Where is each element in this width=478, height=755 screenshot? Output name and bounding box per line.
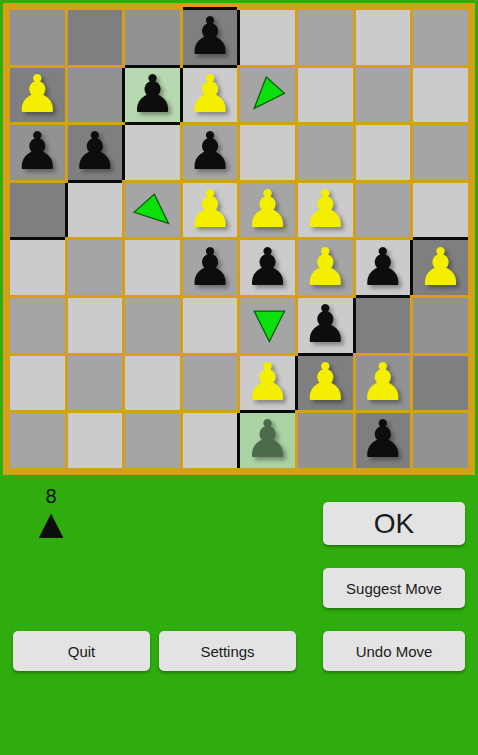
quit-button[interactable]: Quit [13,631,150,671]
square-r4c8[interactable] [413,183,468,238]
square-r7c6[interactable]: ♟ [298,356,353,411]
square-r7c8[interactable] [413,356,468,411]
black-pawn: ♟ [244,241,291,293]
square-r1c5[interactable] [240,10,295,65]
yellow-pawn: ♟ [244,356,291,408]
move-arrow-right-icon [240,68,295,123]
square-r1c3[interactable] [125,10,180,65]
black-pawn: ♟ [129,68,176,120]
settings-button[interactable]: Settings [159,631,296,671]
black-pawn: ♟ [187,125,234,177]
yellow-pawn: ♟ [244,183,291,235]
move-arrow-left-icon [125,183,180,238]
square-r7c5[interactable]: ♟ [240,356,295,411]
yellow-pawn: ♟ [14,68,61,120]
square-r4c2[interactable] [68,183,123,238]
square-r7c7[interactable]: ♟ [356,356,411,411]
square-r8c6[interactable] [298,413,353,468]
square-r4c1[interactable] [10,183,65,238]
square-r8c8[interactable] [413,413,468,468]
square-r2c4[interactable]: ♟ [183,68,238,123]
square-r6c4[interactable] [183,298,238,353]
piece-counter: 8 ▲ [32,484,70,538]
yellow-pawn: ♟ [302,241,349,293]
square-r2c6[interactable] [298,68,353,123]
black-pawn: ♟ [360,413,407,465]
square-r5c6[interactable]: ♟ [298,240,353,295]
square-r1c7[interactable] [356,10,411,65]
square-r5c3[interactable] [125,240,180,295]
square-r3c8[interactable] [413,125,468,180]
square-r5c7[interactable]: ♟ [356,240,411,295]
square-r4c6[interactable]: ♟ [298,183,353,238]
yellow-pawn: ♟ [302,183,349,235]
square-r7c4[interactable] [183,356,238,411]
yellow-pawn: ♟ [417,241,464,293]
black-pawn: ♟ [187,10,234,62]
undo-move-button[interactable]: Undo Move [323,631,465,671]
square-r3c6[interactable] [298,125,353,180]
black-pawn: ♟ [360,241,407,293]
square-r2c5[interactable] [240,68,295,123]
square-r6c5[interactable] [240,298,295,353]
black-pawn: ♟ [72,125,119,177]
square-r6c7[interactable] [356,298,411,353]
square-r3c5[interactable] [240,125,295,180]
square-r8c3[interactable] [125,413,180,468]
ghost-pawn: ♟ [244,413,291,465]
square-r5c8[interactable]: ♟ [413,240,468,295]
square-r6c1[interactable] [10,298,65,353]
square-r6c3[interactable] [125,298,180,353]
square-r2c2[interactable] [68,68,123,123]
square-r1c2[interactable] [68,10,123,65]
square-r8c2[interactable] [68,413,123,468]
square-r7c2[interactable] [68,356,123,411]
square-r1c4[interactable]: ♟ [183,10,238,65]
yellow-pawn: ♟ [360,356,407,408]
square-r8c5[interactable]: ♟ [240,413,295,468]
square-r2c1[interactable]: ♟ [10,68,65,123]
move-arrow-down-icon [240,298,295,353]
square-r7c3[interactable] [125,356,180,411]
square-r5c2[interactable] [68,240,123,295]
black-pawn: ♟ [302,298,349,350]
black-pawn-count-icon: ▲ [32,508,70,538]
black-pawn: ♟ [187,241,234,293]
square-r2c8[interactable] [413,68,468,123]
square-r1c1[interactable] [10,10,65,65]
square-r3c2[interactable]: ♟ [68,125,123,180]
square-r3c3[interactable] [125,125,180,180]
square-r5c4[interactable]: ♟ [183,240,238,295]
square-r3c7[interactable] [356,125,411,180]
square-r6c2[interactable] [68,298,123,353]
game-board: ♟♟♟♟♟♟♟♟♟♟♟♟♟♟♟♟♟♟♟♟♟ [3,3,475,475]
suggest-move-button[interactable]: Suggest Move [323,568,465,608]
ok-button[interactable]: OK [323,502,465,545]
square-r1c6[interactable] [298,10,353,65]
square-r1c8[interactable] [413,10,468,65]
square-r2c7[interactable] [356,68,411,123]
square-r6c6[interactable]: ♟ [298,298,353,353]
square-r8c4[interactable] [183,413,238,468]
square-r3c1[interactable]: ♟ [10,125,65,180]
square-r8c7[interactable]: ♟ [356,413,411,468]
yellow-pawn: ♟ [187,68,234,120]
square-r7c1[interactable] [10,356,65,411]
square-r5c1[interactable] [10,240,65,295]
square-r4c3[interactable] [125,183,180,238]
black-pawn: ♟ [14,125,61,177]
square-r5c5[interactable]: ♟ [240,240,295,295]
yellow-pawn: ♟ [187,183,234,235]
square-r4c4[interactable]: ♟ [183,183,238,238]
square-r2c3[interactable]: ♟ [125,68,180,123]
square-r3c4[interactable]: ♟ [183,125,238,180]
square-r4c7[interactable] [356,183,411,238]
square-r6c8[interactable] [413,298,468,353]
yellow-pawn: ♟ [302,356,349,408]
square-r4c5[interactable]: ♟ [240,183,295,238]
square-r8c1[interactable] [10,413,65,468]
